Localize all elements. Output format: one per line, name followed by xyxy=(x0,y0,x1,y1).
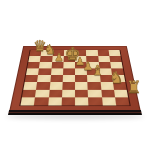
board-square xyxy=(26,68,39,75)
board-square xyxy=(51,68,64,75)
board-square xyxy=(75,75,88,82)
board-square xyxy=(38,68,51,75)
board-square xyxy=(88,89,102,97)
board-square xyxy=(20,97,35,105)
board-square xyxy=(113,82,127,89)
board-grid xyxy=(19,50,131,107)
board-square xyxy=(34,97,48,105)
board-square xyxy=(115,97,130,105)
board-square xyxy=(87,68,100,75)
board-square xyxy=(25,75,39,82)
board-square xyxy=(48,89,62,97)
board-square xyxy=(75,82,88,89)
board-square xyxy=(75,97,89,105)
board-square xyxy=(23,82,37,89)
board-square xyxy=(102,97,116,105)
board-square xyxy=(100,75,113,82)
board-square xyxy=(88,97,102,105)
board-square xyxy=(62,75,75,82)
board-square xyxy=(75,89,88,97)
board-square xyxy=(87,75,100,82)
board-square xyxy=(88,82,101,89)
board-square xyxy=(22,89,36,97)
board-square xyxy=(48,97,62,105)
board-square xyxy=(111,68,124,75)
board-square xyxy=(101,89,115,97)
board-square xyxy=(62,82,75,89)
board-square xyxy=(75,68,87,75)
board-square xyxy=(35,89,49,97)
board-square xyxy=(63,68,75,75)
board-square xyxy=(99,68,112,75)
board-square xyxy=(37,75,50,82)
board-square xyxy=(36,82,50,89)
board-square xyxy=(112,75,126,82)
board-square xyxy=(114,89,128,97)
board-square xyxy=(61,97,75,105)
board-square xyxy=(50,75,63,82)
board-square xyxy=(100,82,114,89)
board-frame xyxy=(9,46,141,112)
board-square xyxy=(49,82,62,89)
board-shadow xyxy=(6,114,144,119)
chess-board xyxy=(9,46,141,112)
product-photo-scene: ♛♞♟♚♟♟♝♞♜ xyxy=(0,0,150,150)
board-square xyxy=(62,89,75,97)
